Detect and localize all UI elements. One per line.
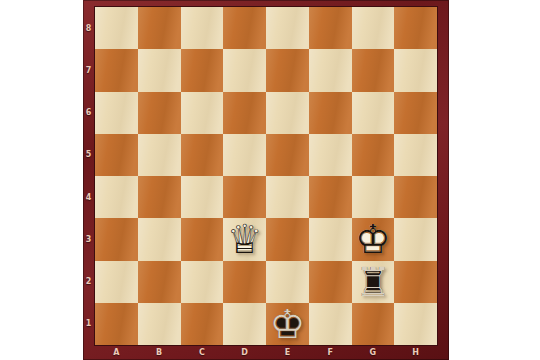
square-e7[interactable] <box>266 49 309 91</box>
square-h1[interactable] <box>394 303 437 345</box>
file-label-c: C <box>181 345 224 360</box>
square-g2[interactable]: ♜♖ <box>352 261 395 303</box>
file-label-g: G <box>352 345 395 360</box>
piece-white-queen[interactable]: ♛♕ <box>223 218 266 260</box>
chess-board: ♛♕♚♔♜♖♚♔ <box>94 6 438 346</box>
file-label-h: H <box>394 345 437 360</box>
square-h5[interactable] <box>394 134 437 176</box>
black-king-outline: ♔ <box>266 303 309 345</box>
rank-label-6: 6 <box>83 92 94 134</box>
piece-white-king[interactable]: ♚♔ <box>352 218 395 260</box>
rank-label-7: 7 <box>83 49 94 91</box>
square-f7[interactable] <box>309 49 352 91</box>
square-a1[interactable] <box>95 303 138 345</box>
piece-black-king[interactable]: ♚♔ <box>266 303 309 345</box>
chess-board-frame: ♛♕♚♔♜♖♚♔ 87654321 ABCDEFGH <box>83 0 449 360</box>
square-f2[interactable] <box>309 261 352 303</box>
square-d5[interactable] <box>223 134 266 176</box>
square-c6[interactable] <box>181 92 224 134</box>
rank-label-1: 1 <box>83 303 94 345</box>
square-h7[interactable] <box>394 49 437 91</box>
square-b2[interactable] <box>138 261 181 303</box>
square-d6[interactable] <box>223 92 266 134</box>
square-h6[interactable] <box>394 92 437 134</box>
square-h4[interactable] <box>394 176 437 218</box>
square-g1[interactable] <box>352 303 395 345</box>
square-b1[interactable] <box>138 303 181 345</box>
square-c2[interactable] <box>181 261 224 303</box>
square-f8[interactable] <box>309 7 352 49</box>
square-g3[interactable]: ♚♔ <box>352 218 395 260</box>
square-g5[interactable] <box>352 134 395 176</box>
white-queen-outline: ♕ <box>223 218 266 260</box>
square-h3[interactable] <box>394 218 437 260</box>
square-g8[interactable] <box>352 7 395 49</box>
rank-label-5: 5 <box>83 134 94 176</box>
square-c8[interactable] <box>181 7 224 49</box>
square-d4[interactable] <box>223 176 266 218</box>
file-label-b: B <box>138 345 181 360</box>
square-e1[interactable]: ♚♔ <box>266 303 309 345</box>
square-d2[interactable] <box>223 261 266 303</box>
rank-label-8: 8 <box>83 7 94 49</box>
square-f5[interactable] <box>309 134 352 176</box>
rank-label-3: 3 <box>83 218 94 260</box>
square-c7[interactable] <box>181 49 224 91</box>
square-f3[interactable] <box>309 218 352 260</box>
square-c1[interactable] <box>181 303 224 345</box>
square-b4[interactable] <box>138 176 181 218</box>
square-e8[interactable] <box>266 7 309 49</box>
square-c5[interactable] <box>181 134 224 176</box>
square-a6[interactable] <box>95 92 138 134</box>
square-d8[interactable] <box>223 7 266 49</box>
white-king-outline: ♔ <box>352 218 395 260</box>
square-a5[interactable] <box>95 134 138 176</box>
square-b7[interactable] <box>138 49 181 91</box>
square-a2[interactable] <box>95 261 138 303</box>
square-g6[interactable] <box>352 92 395 134</box>
file-label-e: E <box>266 345 309 360</box>
square-f4[interactable] <box>309 176 352 218</box>
square-h8[interactable] <box>394 7 437 49</box>
rank-label-2: 2 <box>83 261 94 303</box>
square-f6[interactable] <box>309 92 352 134</box>
rank-label-4: 4 <box>83 176 94 218</box>
square-a3[interactable] <box>95 218 138 260</box>
square-d1[interactable] <box>223 303 266 345</box>
square-b3[interactable] <box>138 218 181 260</box>
square-h2[interactable] <box>394 261 437 303</box>
square-e3[interactable] <box>266 218 309 260</box>
square-a8[interactable] <box>95 7 138 49</box>
square-e4[interactable] <box>266 176 309 218</box>
file-label-d: D <box>223 345 266 360</box>
square-a7[interactable] <box>95 49 138 91</box>
square-e5[interactable] <box>266 134 309 176</box>
square-d7[interactable] <box>223 49 266 91</box>
square-c4[interactable] <box>181 176 224 218</box>
square-b5[interactable] <box>138 134 181 176</box>
square-g4[interactable] <box>352 176 395 218</box>
square-e6[interactable] <box>266 92 309 134</box>
square-d3[interactable]: ♛♕ <box>223 218 266 260</box>
square-b6[interactable] <box>138 92 181 134</box>
piece-black-rook[interactable]: ♜♖ <box>352 261 395 303</box>
square-e2[interactable] <box>266 261 309 303</box>
square-b8[interactable] <box>138 7 181 49</box>
square-g7[interactable] <box>352 49 395 91</box>
black-rook-outline: ♖ <box>352 261 395 303</box>
file-label-f: F <box>309 345 352 360</box>
file-label-a: A <box>95 345 138 360</box>
square-f1[interactable] <box>309 303 352 345</box>
rank-labels: 87654321 <box>83 7 94 345</box>
square-c3[interactable] <box>181 218 224 260</box>
square-a4[interactable] <box>95 176 138 218</box>
file-labels: ABCDEFGH <box>95 345 437 360</box>
